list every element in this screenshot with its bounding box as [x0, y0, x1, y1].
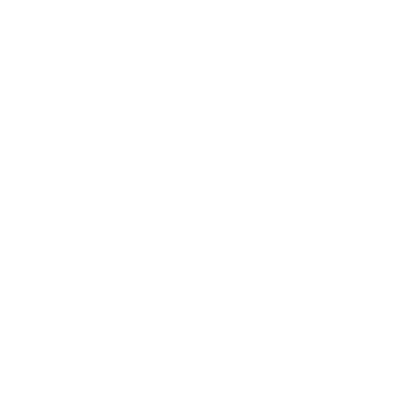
chess-board — [0, 0, 408, 408]
